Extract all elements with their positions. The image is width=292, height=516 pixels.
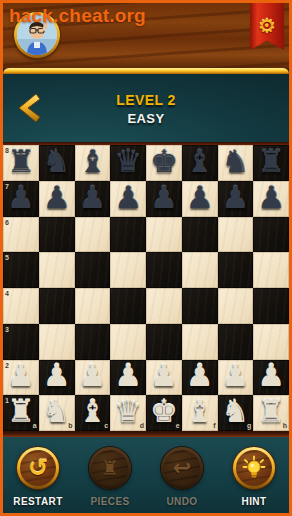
square-f3[interactable] (182, 324, 218, 360)
chess-board: 8♜♞♝♛♚♝♞♜7♟♟♟♟♟♟♟♟65432♟♟♟♟♟♟♟♟1a♜b♞c♝d♛… (3, 145, 289, 431)
restart-button[interactable]: ↺ RESTART (10, 447, 67, 507)
square-d4[interactable] (110, 288, 146, 324)
rank-label-8: 8 (5, 147, 9, 154)
square-c5[interactable] (75, 252, 111, 288)
piece-black-pawn: ♟ (150, 182, 178, 213)
piece-black-rook: ♜ (257, 146, 285, 177)
hint-button[interactable]: HINT (226, 447, 283, 507)
square-c1[interactable]: c♝ (75, 395, 111, 431)
lightbulb-icon (241, 455, 267, 481)
piece-white-rook: ♜ (7, 396, 35, 427)
square-c6[interactable] (75, 217, 111, 253)
piece-white-pawn: ♟ (7, 360, 35, 391)
square-b2[interactable]: ♟ (39, 360, 75, 396)
pieces-button[interactable]: ♜ PIECES (82, 447, 139, 507)
square-e3[interactable] (146, 324, 182, 360)
square-c7[interactable]: ♟ (75, 181, 111, 217)
square-g5[interactable] (218, 252, 254, 288)
difficulty-label: EASY (116, 111, 175, 126)
piece-black-king: ♚ (150, 146, 178, 177)
piece-white-bishop: ♝ (78, 396, 106, 427)
file-label-d: d (140, 422, 144, 429)
piece-white-bishop: ♝ (186, 396, 214, 427)
square-g2[interactable]: ♟ (218, 360, 254, 396)
square-a2[interactable]: 2♟ (3, 360, 39, 396)
square-b1[interactable]: b♞ (39, 395, 75, 431)
piece-white-pawn: ♟ (186, 360, 214, 391)
file-label-e: e (176, 422, 180, 429)
piece-white-queen: ♛ (114, 396, 142, 427)
file-label-b: b (68, 422, 72, 429)
square-c4[interactable] (75, 288, 111, 324)
square-b4[interactable] (39, 288, 75, 324)
pieces-label: PIECES (90, 496, 129, 507)
rook-icon: ♜ (101, 458, 119, 478)
piece-black-pawn: ♟ (78, 182, 106, 213)
square-b3[interactable] (39, 324, 75, 360)
piece-black-rook: ♜ (7, 146, 35, 177)
square-h5[interactable] (253, 252, 289, 288)
back-button[interactable] (15, 92, 41, 124)
file-label-g: g (247, 422, 251, 429)
square-e4[interactable] (146, 288, 182, 324)
square-h1[interactable]: h♜ (253, 395, 289, 431)
square-c8[interactable]: ♝ (75, 145, 111, 181)
square-h8[interactable]: ♜ (253, 145, 289, 181)
square-a6[interactable]: 6 (3, 217, 39, 253)
square-g1[interactable]: g♞ (218, 395, 254, 431)
square-d7[interactable]: ♟ (110, 181, 146, 217)
undo-label: UNDO (166, 496, 197, 507)
undo-button[interactable]: ↩ UNDO (154, 447, 211, 507)
piece-black-pawn: ♟ (114, 182, 142, 213)
square-h6[interactable] (253, 217, 289, 253)
square-b8[interactable]: ♞ (39, 145, 75, 181)
piece-black-knight: ♞ (221, 146, 249, 177)
gear-icon: ⚙ (258, 16, 276, 36)
piece-black-knight: ♞ (43, 146, 71, 177)
square-g7[interactable]: ♟ (218, 181, 254, 217)
square-a3[interactable]: 3 (3, 324, 39, 360)
square-a8[interactable]: 8♜ (3, 145, 39, 181)
square-d6[interactable] (110, 217, 146, 253)
square-d5[interactable] (110, 252, 146, 288)
square-d2[interactable]: ♟ (110, 360, 146, 396)
piece-black-bishop: ♝ (78, 146, 106, 177)
level-bar: LEVEL 2 EASY (3, 74, 289, 142)
file-label-a: a (33, 422, 37, 429)
rank-label-7: 7 (5, 183, 9, 190)
square-f8[interactable]: ♝ (182, 145, 218, 181)
square-h3[interactable] (253, 324, 289, 360)
square-e8[interactable]: ♚ (146, 145, 182, 181)
piece-black-pawn: ♟ (7, 182, 35, 213)
restart-icon: ↺ (28, 456, 48, 480)
watermark: hack.cheat.org (9, 5, 146, 27)
rank-label-2: 2 (5, 362, 9, 369)
square-b6[interactable] (39, 217, 75, 253)
piece-white-knight: ♞ (43, 396, 71, 427)
square-a7[interactable]: 7♟ (3, 181, 39, 217)
piece-black-pawn: ♟ (43, 182, 71, 213)
square-b7[interactable]: ♟ (39, 181, 75, 217)
square-g8[interactable]: ♞ (218, 145, 254, 181)
square-e7[interactable]: ♟ (146, 181, 182, 217)
back-chevron-icon (15, 92, 41, 124)
file-label-c: c (104, 422, 108, 429)
piece-white-king: ♚ (150, 396, 178, 427)
rank-label-5: 5 (5, 254, 9, 261)
square-a5[interactable]: 5 (3, 252, 39, 288)
square-d1[interactable]: d♛ (110, 395, 146, 431)
square-e6[interactable] (146, 217, 182, 253)
piece-black-queen: ♛ (114, 146, 142, 177)
hint-label: HINT (242, 496, 267, 507)
square-d8[interactable]: ♛ (110, 145, 146, 181)
square-f4[interactable] (182, 288, 218, 324)
square-e5[interactable] (146, 252, 182, 288)
square-d3[interactable] (110, 324, 146, 360)
square-h7[interactable]: ♟ (253, 181, 289, 217)
piece-black-pawn: ♟ (186, 182, 214, 213)
piece-white-pawn: ♟ (114, 360, 142, 391)
square-b5[interactable] (39, 252, 75, 288)
piece-white-knight: ♞ (221, 396, 249, 427)
piece-white-rook: ♜ (257, 396, 285, 427)
piece-white-pawn: ♟ (257, 360, 285, 391)
square-f5[interactable] (182, 252, 218, 288)
settings-button[interactable]: ⚙ (250, 3, 284, 50)
square-f6[interactable] (182, 217, 218, 253)
app-window: hack.cheat.org ⚙ (0, 0, 292, 516)
rank-label-4: 4 (5, 290, 9, 297)
square-f7[interactable]: ♟ (182, 181, 218, 217)
restart-label: RESTART (13, 496, 62, 507)
piece-black-pawn: ♟ (257, 182, 285, 213)
square-h4[interactable] (253, 288, 289, 324)
square-a1[interactable]: 1a♜ (3, 395, 39, 431)
piece-white-pawn: ♟ (43, 360, 71, 391)
square-f1[interactable]: f♝ (182, 395, 218, 431)
square-c2[interactable]: ♟ (75, 360, 111, 396)
square-g6[interactable] (218, 217, 254, 253)
rank-label-6: 6 (5, 219, 9, 226)
square-f2[interactable]: ♟ (182, 360, 218, 396)
file-label-f: f (213, 422, 215, 429)
piece-black-bishop: ♝ (186, 146, 214, 177)
piece-white-pawn: ♟ (150, 360, 178, 391)
undo-icon: ↩ (173, 457, 191, 479)
rank-label-1: 1 (5, 397, 9, 404)
square-e2[interactable]: ♟ (146, 360, 182, 396)
square-a4[interactable]: 4 (3, 288, 39, 324)
square-c3[interactable] (75, 324, 111, 360)
square-g3[interactable] (218, 324, 254, 360)
file-label-h: h (283, 422, 287, 429)
rank-label-3: 3 (5, 326, 9, 333)
square-h2[interactable]: ♟ (253, 360, 289, 396)
piece-black-pawn: ♟ (221, 182, 249, 213)
level-label: LEVEL 2 (116, 92, 175, 108)
square-e1[interactable]: e♚ (146, 395, 182, 431)
piece-white-pawn: ♟ (221, 360, 249, 391)
toolbar: ↺ RESTART ♜ PIECES ↩ UNDO (3, 437, 289, 513)
square-g4[interactable] (218, 288, 254, 324)
piece-white-pawn: ♟ (78, 360, 106, 391)
